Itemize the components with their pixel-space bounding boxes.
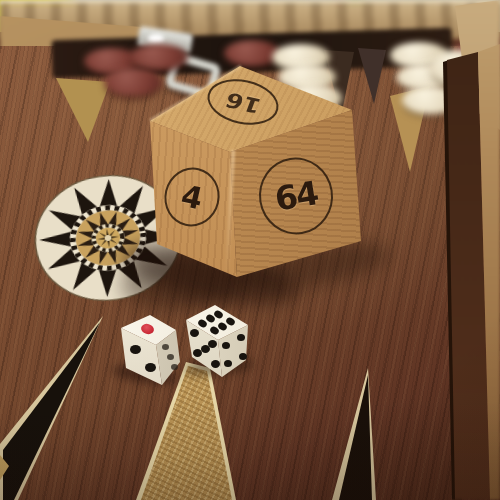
die-left-pip-faint — [167, 354, 174, 360]
die-left-pip-faint — [171, 364, 178, 370]
die-left-pip — [145, 363, 156, 372]
die-right — [180, 295, 258, 390]
die-right-pip — [224, 360, 232, 367]
die-right-pip — [201, 345, 210, 353]
die-right-pip — [237, 334, 245, 341]
die-left-front-face — [112, 300, 190, 395]
die-right-pip — [211, 360, 220, 368]
die-right-pip — [193, 349, 202, 357]
backgammon-photo-scene: 16 4 64 — [0, 0, 500, 500]
die-left-pip — [130, 345, 141, 354]
die-right-pip — [239, 353, 247, 360]
doubling-cube: 16 4 64 — [0, 0, 500, 500]
die-right-pip — [190, 329, 199, 337]
die-left — [112, 300, 190, 395]
die-left-pip-faint — [162, 344, 169, 350]
die-right-pip — [222, 342, 230, 349]
